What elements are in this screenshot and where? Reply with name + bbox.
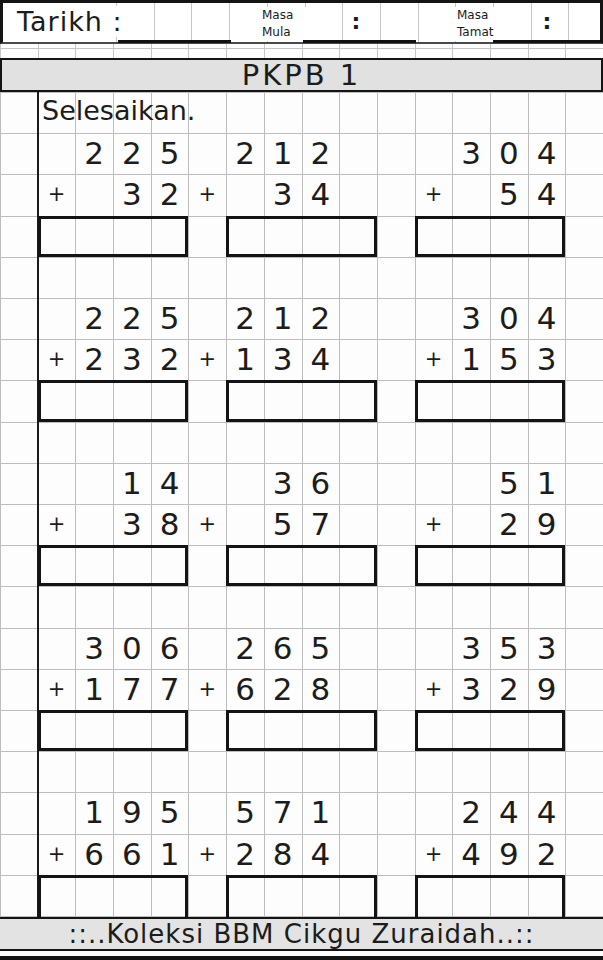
addend2-digit: 5	[490, 339, 528, 380]
footer-credit: ::..Koleksi BBM Cikgu Zuraidah..::	[68, 919, 534, 949]
plus-sign: +	[189, 174, 227, 215]
addend1-digit: 4	[528, 298, 566, 339]
page-bottom-edge	[0, 956, 603, 960]
addend2-digit: 2	[490, 504, 528, 545]
addend2-digit: 2	[151, 339, 189, 380]
addend1-digit: 3	[264, 463, 302, 504]
addition-problem: 225+32	[38, 133, 189, 257]
addend2-digit: 3	[264, 339, 302, 380]
addend1-digit: 5	[151, 133, 189, 174]
addend1-digit: 2	[75, 133, 113, 174]
addend1-digit: 6	[302, 463, 340, 504]
plus-sign: +	[415, 174, 453, 215]
addend1-digit: 5	[151, 298, 189, 339]
addition-problem: 14+38	[38, 463, 189, 587]
addend2-digit: 9	[528, 669, 566, 710]
answer-box[interactable]	[226, 216, 377, 257]
addend2-digit: 6	[113, 834, 151, 875]
answer-box[interactable]	[38, 545, 189, 586]
plus-sign: +	[189, 339, 227, 380]
addition-problem: 265+628	[189, 628, 378, 752]
header-strip: Tarikh : Masa Mula : Masa Tamat :	[0, 0, 603, 44]
plus-sign: +	[415, 669, 453, 710]
addend1-digit: 1	[113, 463, 151, 504]
addend2-digit: 2	[490, 669, 528, 710]
instruction-text: Selesaikan.	[42, 95, 195, 126]
addend2-digit: 2	[75, 339, 113, 380]
addition-problem: 51+29	[415, 463, 566, 587]
addend2-digit: 8	[151, 504, 189, 545]
addend1-digit: 4	[528, 792, 566, 833]
addend1-digit: 4	[151, 463, 189, 504]
addend1-digit: 5	[226, 792, 264, 833]
answer-box[interactable]	[226, 875, 377, 917]
addition-problem: 195+661	[38, 792, 189, 916]
addend1-digit: 2	[302, 298, 340, 339]
plus-sign: +	[38, 339, 76, 380]
addend1-digit: 2	[75, 298, 113, 339]
addend2-digit: 3	[113, 339, 151, 380]
answer-box[interactable]	[415, 545, 566, 586]
addend2-digit: 8	[302, 669, 340, 710]
start-time-label: Masa Mula	[260, 7, 306, 41]
answer-box[interactable]	[415, 380, 566, 421]
addend1-digit: 2	[113, 298, 151, 339]
addend1-digit: 3	[452, 133, 490, 174]
addend2-digit: 2	[264, 669, 302, 710]
addition-problem: 244+492	[415, 792, 566, 916]
addend1-digit: 5	[490, 628, 528, 669]
addend2-digit: 2	[226, 834, 264, 875]
addend2-digit: 4	[528, 174, 566, 215]
addend2-digit: 1	[226, 339, 264, 380]
addend1-digit: 1	[75, 792, 113, 833]
addend2-digit: 4	[302, 339, 340, 380]
addend2-digit: 7	[151, 669, 189, 710]
answer-box[interactable]	[415, 710, 566, 751]
end-time-label: Masa Tamat	[455, 7, 505, 41]
addend2-digit: 6	[75, 834, 113, 875]
addend1-digit: 1	[264, 298, 302, 339]
plus-sign: +	[38, 834, 76, 875]
date-label: Tarikh :	[17, 6, 129, 37]
addend1-digit: 2	[452, 792, 490, 833]
start-time-field[interactable]	[303, 40, 416, 43]
addend2-digit: 1	[452, 339, 490, 380]
addition-problem: 353+329	[415, 628, 566, 752]
addend2-digit: 2	[528, 834, 566, 875]
addend2-digit: 1	[151, 834, 189, 875]
answer-box[interactable]	[415, 875, 566, 917]
plus-sign: +	[415, 504, 453, 545]
start-time-colon: :	[344, 9, 368, 34]
addend1-digit: 5	[490, 463, 528, 504]
grid-band	[0, 44, 603, 58]
addend2-digit: 4	[302, 834, 340, 875]
addend1-digit: 9	[113, 792, 151, 833]
plus-sign: +	[38, 669, 76, 710]
addend1-digit: 2	[302, 133, 340, 174]
addend2-digit: 4	[452, 834, 490, 875]
addend1-digit: 1	[302, 792, 340, 833]
addition-problem: 304+54	[415, 133, 566, 257]
addend1-digit: 3	[452, 298, 490, 339]
addend1-digit: 3	[528, 628, 566, 669]
addend2-digit: 5	[264, 504, 302, 545]
addition-problem: 571+284	[189, 792, 378, 916]
addition-problem: 304+153	[415, 298, 566, 422]
worksheet-grid-area: Selesaikan. 225+32212+34304+54225+232212…	[0, 92, 603, 917]
addend2-digit: 8	[264, 834, 302, 875]
addend2-digit: 3	[113, 174, 151, 215]
addend2-digit: 3	[528, 339, 566, 380]
answer-box[interactable]	[38, 710, 189, 751]
addend1-digit: 0	[113, 628, 151, 669]
addend1-digit: 5	[151, 792, 189, 833]
plus-sign: +	[415, 834, 453, 875]
addend1-digit: 1	[264, 133, 302, 174]
addend2-digit: 7	[113, 669, 151, 710]
answer-box[interactable]	[38, 380, 189, 421]
addition-problem: 36+57	[189, 463, 378, 587]
answer-box[interactable]	[38, 875, 189, 917]
addend1-digit: 7	[264, 792, 302, 833]
plus-sign: +	[189, 669, 227, 710]
addend2-digit: 7	[302, 504, 340, 545]
answer-box[interactable]	[38, 216, 189, 257]
title-bar: PKPB 1	[0, 58, 603, 92]
answer-box[interactable]	[415, 216, 566, 257]
addend1-digit: 6	[264, 628, 302, 669]
addend1-digit: 2	[226, 298, 264, 339]
addend2-digit: 5	[490, 174, 528, 215]
end-time-colon: :	[535, 9, 559, 34]
addend1-digit: 1	[528, 463, 566, 504]
addend2-digit: 4	[302, 174, 340, 215]
addend1-digit: 2	[226, 628, 264, 669]
addend1-digit: 3	[452, 628, 490, 669]
addend1-digit: 3	[75, 628, 113, 669]
addend2-digit: 9	[490, 834, 528, 875]
addend2-digit: 3	[452, 669, 490, 710]
plus-sign: +	[189, 834, 227, 875]
addend2-digit: 2	[151, 174, 189, 215]
addend1-digit: 0	[490, 298, 528, 339]
answer-box[interactable]	[226, 380, 377, 421]
addition-problem: 212+34	[189, 133, 378, 257]
addend1-digit: 4	[490, 792, 528, 833]
page-title: PKPB 1	[242, 58, 362, 92]
date-field[interactable]	[118, 40, 231, 43]
addend2-digit: 3	[113, 504, 151, 545]
plus-sign: +	[189, 504, 227, 545]
addend1-digit: 5	[302, 628, 340, 669]
answer-box[interactable]	[226, 545, 377, 586]
plus-sign: +	[415, 339, 453, 380]
addition-problem: 212+134	[189, 298, 378, 422]
addend1-digit: 2	[113, 133, 151, 174]
addend1-digit: 6	[151, 628, 189, 669]
plus-sign: +	[38, 174, 76, 215]
worksheet-page: Tarikh : Masa Mula : Masa Tamat : PKPB 1…	[0, 0, 603, 960]
addend2-digit: 9	[528, 504, 566, 545]
answer-box[interactable]	[226, 710, 377, 751]
footer-bar: ::..Koleksi BBM Cikgu Zuraidah..::	[0, 917, 603, 951]
addend1-digit: 0	[490, 133, 528, 174]
end-time-field[interactable]	[493, 40, 603, 43]
addition-problem: 306+177	[38, 628, 189, 752]
addend1-digit: 2	[226, 133, 264, 174]
plus-sign: +	[38, 504, 76, 545]
addend2-digit: 3	[264, 174, 302, 215]
addition-problem: 225+232	[38, 298, 189, 422]
addend2-digit: 6	[226, 669, 264, 710]
addend2-digit: 1	[75, 669, 113, 710]
addend1-digit: 4	[528, 133, 566, 174]
